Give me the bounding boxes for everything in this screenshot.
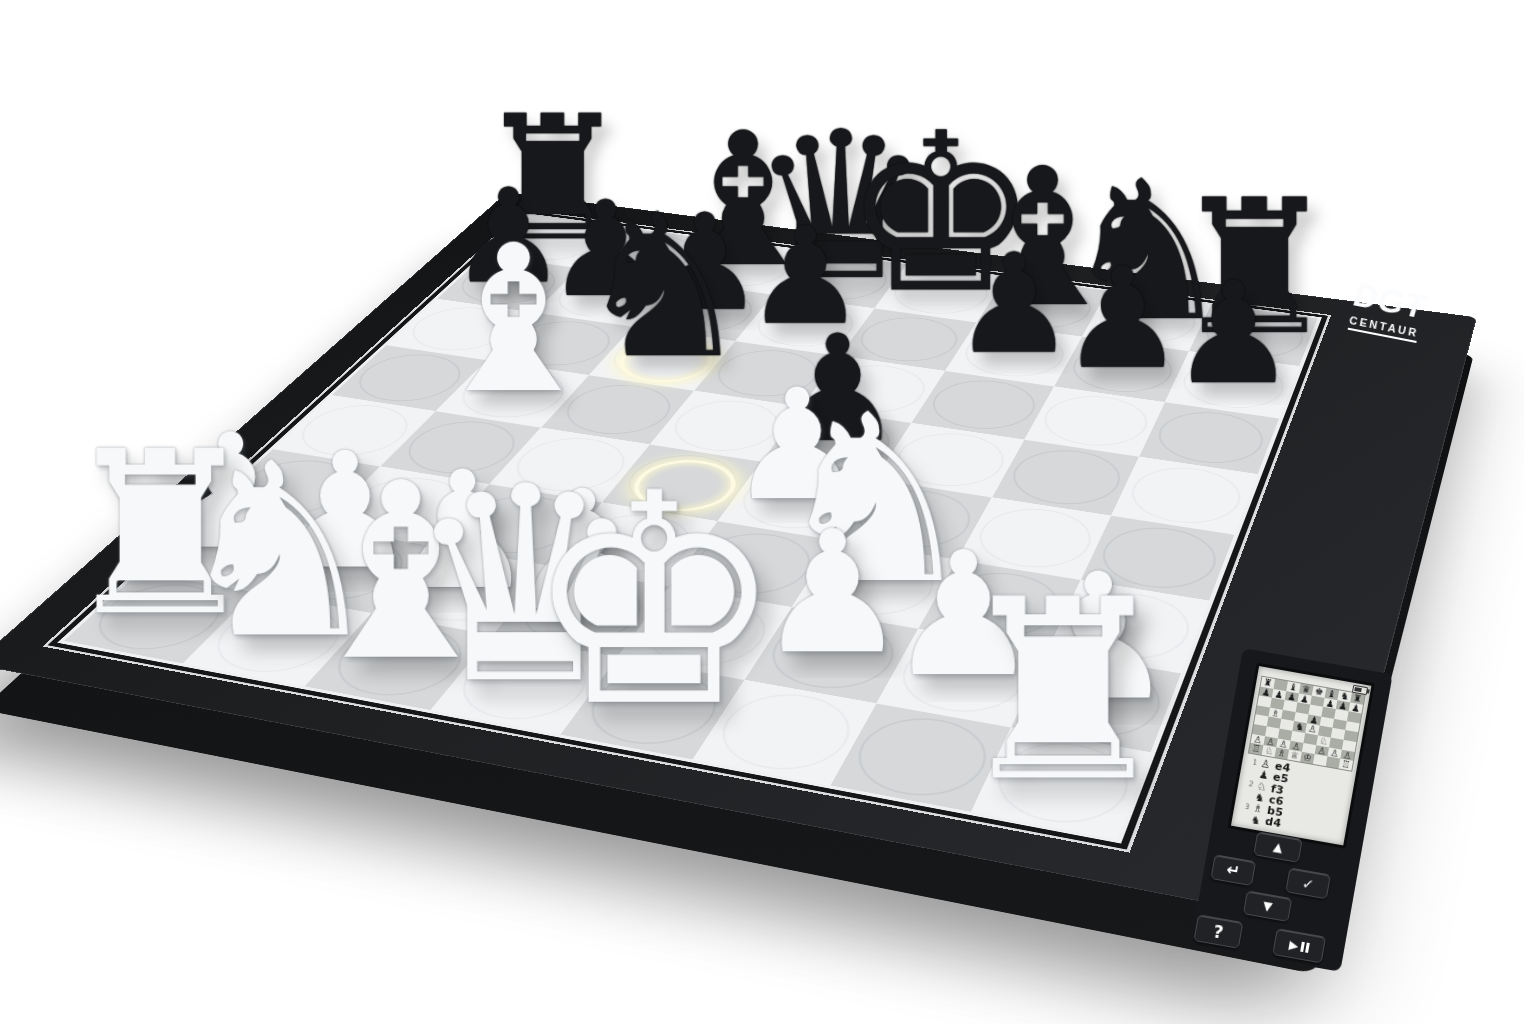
- pause-bars-icon: [1300, 941, 1310, 952]
- up-arrow-icon: ▲: [1272, 839, 1284, 854]
- move-text: d4: [1264, 815, 1282, 831]
- move-number: 2: [1243, 779, 1254, 790]
- battery-nub: [1367, 689, 1370, 693]
- down-button[interactable]: ▼: [1243, 890, 1292, 922]
- move-number: [1242, 794, 1252, 796]
- e-paper-display: ♜♝♛♚♝♞♜♟♟♟♟♟♟♟♗♟♞♙♘♙♙♙♙♙♙♙♖♘♗♕♔♖ 1♙e4♟e5…: [1228, 663, 1375, 849]
- square-h6[interactable]: [1140, 402, 1280, 474]
- move-number: 3: [1239, 801, 1250, 812]
- photo-background: ♜♝♛♚♝♞♜♟♟♟♟♟♟♟♞♟♝♟♞♟♟♟♟♟♟♟♜♞♝♛♚♜ DGT CEN…: [0, 0, 1524, 1024]
- play-icon: ▶: [1288, 937, 1300, 952]
- play-pause-button[interactable]: ▶: [1272, 928, 1326, 963]
- question-mark-icon: ?: [1212, 921, 1225, 942]
- down-arrow-icon: ▼: [1262, 898, 1274, 913]
- confirm-button[interactable]: ✓: [1285, 867, 1331, 899]
- back-arrow-icon: ↵: [1225, 860, 1242, 881]
- black-knight-icon: ♞: [1249, 813, 1264, 826]
- move-number: [1238, 817, 1248, 819]
- back-button[interactable]: ↵: [1210, 854, 1256, 886]
- move-number: [1246, 772, 1256, 774]
- key-cluster: ▲ ↵ ✓ ▼ ? ▶: [1191, 823, 1362, 968]
- move-number: 1: [1247, 756, 1258, 767]
- checkmark-icon: ✓: [1301, 874, 1315, 892]
- help-button[interactable]: ?: [1193, 914, 1243, 949]
- display-square-h1: ♖: [1339, 759, 1353, 771]
